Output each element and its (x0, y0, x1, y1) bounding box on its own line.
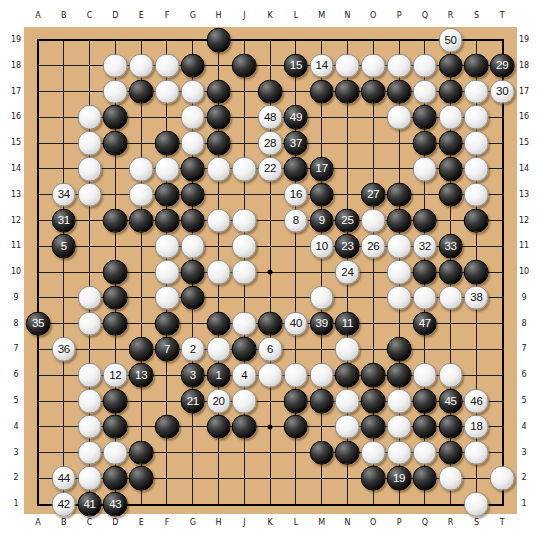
stone-move-number: 40 (290, 318, 302, 330)
white-stone[interactable]: 28 (258, 131, 283, 156)
black-stone[interactable] (232, 53, 257, 78)
black-stone[interactable]: 49 (284, 105, 309, 130)
column-label: P (397, 12, 402, 20)
black-stone[interactable] (155, 131, 180, 156)
black-stone[interactable] (206, 415, 231, 440)
black-stone[interactable] (413, 208, 438, 233)
row-label: 17 (519, 88, 529, 96)
black-stone[interactable] (464, 208, 489, 233)
black-stone[interactable] (464, 260, 489, 285)
row-label: 8 (521, 320, 526, 328)
black-stone[interactable] (180, 208, 205, 233)
black-stone[interactable] (361, 415, 386, 440)
black-stone[interactable] (387, 182, 412, 207)
white-stone[interactable] (464, 492, 489, 517)
white-stone[interactable]: 50 (438, 28, 463, 53)
white-stone[interactable] (464, 79, 489, 104)
stone-move-number: 36 (58, 344, 70, 356)
white-stone[interactable] (413, 440, 438, 465)
white-stone[interactable] (387, 440, 412, 465)
white-stone[interactable] (155, 157, 180, 182)
black-stone[interactable] (258, 79, 283, 104)
white-stone[interactable]: 20 (206, 389, 231, 414)
stone-move-number: 46 (470, 395, 482, 407)
column-label: P (397, 519, 402, 527)
black-stone[interactable] (309, 389, 334, 414)
black-stone[interactable] (361, 389, 386, 414)
white-stone[interactable] (180, 234, 205, 259)
white-stone[interactable]: 18 (464, 415, 489, 440)
white-stone[interactable] (77, 389, 102, 414)
black-stone[interactable] (413, 105, 438, 130)
black-stone[interactable] (438, 182, 463, 207)
stone-move-number: 6 (267, 344, 273, 356)
white-stone[interactable] (464, 157, 489, 182)
black-stone[interactable] (180, 157, 205, 182)
black-stone[interactable] (438, 415, 463, 440)
black-stone[interactable] (129, 440, 154, 465)
black-stone[interactable]: 25 (335, 208, 360, 233)
row-label: 10 (11, 268, 21, 276)
stone-move-number: 31 (58, 215, 70, 227)
row-label: 11 (519, 242, 529, 250)
black-stone[interactable] (284, 415, 309, 440)
white-stone[interactable] (155, 79, 180, 104)
black-stone[interactable] (232, 337, 257, 362)
white-stone[interactable] (387, 260, 412, 285)
white-stone[interactable] (438, 105, 463, 130)
white-stone[interactable] (180, 105, 205, 130)
black-stone[interactable] (103, 466, 128, 491)
row-label: 11 (11, 242, 21, 250)
white-stone[interactable] (413, 363, 438, 388)
black-stone[interactable]: 3 (180, 363, 205, 388)
white-stone[interactable] (464, 182, 489, 207)
white-stone[interactable] (77, 182, 102, 207)
black-stone[interactable] (309, 440, 334, 465)
black-stone[interactable] (438, 79, 463, 104)
black-stone[interactable] (155, 415, 180, 440)
white-stone[interactable] (258, 363, 283, 388)
stone-move-number: 29 (496, 60, 508, 72)
column-label: R (448, 519, 454, 527)
white-stone[interactable] (387, 105, 412, 130)
white-stone[interactable] (387, 286, 412, 311)
black-stone[interactable]: 21 (180, 389, 205, 414)
row-label: 5 (521, 397, 526, 405)
stone-move-number: 2 (190, 344, 196, 356)
white-stone[interactable] (77, 131, 102, 156)
white-stone[interactable]: 38 (464, 286, 489, 311)
stone-move-number: 3 (190, 370, 196, 382)
column-label: Q (422, 12, 428, 20)
stone-move-number: 13 (135, 370, 147, 382)
white-stone[interactable] (77, 466, 102, 491)
black-stone[interactable] (103, 311, 128, 336)
column-label: L (294, 12, 298, 20)
white-stone[interactable] (361, 440, 386, 465)
black-stone[interactable]: 45 (438, 389, 463, 414)
stone-move-number: 30 (496, 86, 508, 98)
black-stone[interactable] (103, 105, 128, 130)
white-stone[interactable] (438, 286, 463, 311)
column-label: E (139, 519, 144, 527)
black-stone[interactable] (103, 208, 128, 233)
black-stone[interactable] (387, 208, 412, 233)
stone-move-number: 47 (419, 318, 431, 330)
white-stone[interactable] (77, 440, 102, 465)
stone-move-number: 39 (316, 318, 328, 330)
stone-move-number: 44 (58, 473, 70, 485)
stone-move-number: 17 (316, 163, 328, 175)
column-label: K (267, 12, 272, 20)
white-stone[interactable] (180, 131, 205, 156)
white-stone[interactable] (232, 157, 257, 182)
white-stone[interactable] (464, 131, 489, 156)
column-label: M (318, 12, 325, 20)
stone-move-number: 33 (445, 241, 457, 253)
column-label: A (35, 519, 40, 527)
black-stone[interactable] (438, 53, 463, 78)
black-stone[interactable] (413, 466, 438, 491)
row-label: 9 (521, 294, 526, 302)
row-label: 7 (521, 345, 526, 353)
black-stone[interactable] (129, 79, 154, 104)
white-stone[interactable]: 32 (413, 234, 438, 259)
white-stone[interactable] (129, 53, 154, 78)
row-label: 1 (13, 500, 18, 508)
go-diagram-page: AABBCCDDEEFFGGHHJJKKLLMMNNOOPPQQRRSSTT19… (0, 0, 540, 540)
black-stone[interactable] (438, 440, 463, 465)
column-label: G (190, 12, 196, 20)
white-stone[interactable] (103, 79, 128, 104)
row-label: 19 (11, 36, 21, 44)
white-stone[interactable] (284, 363, 309, 388)
column-label: C (87, 519, 93, 527)
row-label: 18 (519, 62, 529, 70)
black-stone[interactable] (361, 466, 386, 491)
black-stone[interactable]: 15 (284, 53, 309, 78)
column-label: C (87, 12, 93, 20)
black-stone[interactable]: 23 (335, 234, 360, 259)
white-stone[interactable] (413, 53, 438, 78)
white-stone[interactable] (335, 53, 360, 78)
column-label: J (243, 519, 245, 527)
column-label: N (344, 12, 350, 20)
white-stone[interactable] (232, 208, 257, 233)
row-label: 18 (11, 62, 21, 70)
white-stone[interactable] (103, 53, 128, 78)
black-stone[interactable] (413, 131, 438, 156)
black-stone[interactable]: 35 (26, 311, 51, 336)
column-label: E (139, 12, 144, 20)
black-stone[interactable]: 17 (309, 157, 334, 182)
stone-move-number: 10 (316, 241, 328, 253)
white-stone[interactable] (413, 79, 438, 104)
row-label: 6 (13, 371, 18, 379)
white-stone[interactable] (361, 208, 386, 233)
stone-move-number: 42 (58, 498, 70, 510)
black-stone[interactable]: 37 (284, 131, 309, 156)
black-stone[interactable] (361, 79, 386, 104)
white-stone[interactable] (232, 311, 257, 336)
row-label: 7 (13, 345, 18, 353)
white-stone[interactable] (129, 157, 154, 182)
white-stone[interactable] (490, 466, 515, 491)
black-stone[interactable] (387, 363, 412, 388)
black-stone[interactable] (129, 337, 154, 362)
black-stone[interactable] (180, 286, 205, 311)
black-stone[interactable]: 41 (77, 492, 102, 517)
black-stone[interactable] (206, 79, 231, 104)
white-stone[interactable] (103, 440, 128, 465)
black-stone[interactable] (413, 260, 438, 285)
column-label: A (35, 12, 40, 20)
black-stone[interactable] (155, 182, 180, 207)
white-stone[interactable] (335, 389, 360, 414)
black-stone[interactable]: 43 (103, 492, 128, 517)
black-stone[interactable] (180, 260, 205, 285)
white-stone[interactable] (155, 234, 180, 259)
black-stone[interactable] (438, 260, 463, 285)
black-stone[interactable]: 39 (309, 311, 334, 336)
star-point (268, 270, 273, 275)
white-stone[interactable] (77, 105, 102, 130)
white-stone[interactable] (155, 260, 180, 285)
black-stone[interactable] (103, 131, 128, 156)
white-stone[interactable] (180, 79, 205, 104)
stone-move-number: 23 (341, 241, 353, 253)
row-label: 8 (13, 320, 18, 328)
white-stone[interactable] (438, 363, 463, 388)
white-stone[interactable] (335, 337, 360, 362)
white-stone[interactable]: 30 (490, 79, 515, 104)
white-stone[interactable] (464, 105, 489, 130)
black-stone[interactable] (180, 53, 205, 78)
white-stone[interactable]: 24 (335, 260, 360, 285)
stone-move-number: 5 (61, 241, 67, 253)
black-stone[interactable] (335, 440, 360, 465)
black-stone[interactable] (438, 131, 463, 156)
stone-move-number: 18 (470, 421, 482, 433)
black-stone[interactable] (387, 79, 412, 104)
black-stone[interactable]: 31 (51, 208, 76, 233)
stone-move-number: 25 (341, 215, 353, 227)
white-stone[interactable]: 8 (284, 208, 309, 233)
white-stone[interactable] (206, 337, 231, 362)
white-stone[interactable]: 22 (258, 157, 283, 182)
column-label: J (243, 12, 245, 20)
stone-move-number: 32 (419, 241, 431, 253)
stone-move-number: 43 (109, 498, 121, 510)
row-label: 3 (13, 449, 18, 457)
white-stone[interactable] (77, 363, 102, 388)
column-label: H (216, 519, 222, 527)
black-stone[interactable] (335, 363, 360, 388)
white-stone[interactable] (77, 311, 102, 336)
white-stone[interactable] (413, 286, 438, 311)
black-stone[interactable] (232, 415, 257, 440)
white-stone[interactable] (206, 208, 231, 233)
black-stone[interactable] (129, 208, 154, 233)
black-stone[interactable] (155, 208, 180, 233)
white-stone[interactable] (387, 415, 412, 440)
stone-move-number: 20 (212, 395, 224, 407)
white-stone[interactable] (464, 440, 489, 465)
white-stone[interactable]: 16 (284, 182, 309, 207)
black-stone[interactable] (309, 79, 334, 104)
stone-move-number: 49 (290, 112, 302, 124)
stone-move-number: 19 (393, 473, 405, 485)
stone-move-number: 21 (187, 395, 199, 407)
white-stone[interactable]: 40 (284, 311, 309, 336)
row-label: 16 (519, 113, 529, 121)
black-stone[interactable] (180, 182, 205, 207)
white-stone[interactable] (77, 286, 102, 311)
white-stone[interactable] (232, 389, 257, 414)
black-stone[interactable]: 11 (335, 311, 360, 336)
column-label: G (190, 519, 196, 527)
white-stone[interactable]: 36 (51, 337, 76, 362)
black-stone[interactable] (413, 389, 438, 414)
row-label: 13 (11, 191, 21, 199)
stone-move-number: 12 (109, 370, 121, 382)
column-label: O (370, 12, 376, 20)
black-stone[interactable]: 1 (206, 363, 231, 388)
white-stone[interactable] (387, 53, 412, 78)
column-label: T (500, 12, 505, 20)
black-stone[interactable] (413, 415, 438, 440)
stone-move-number: 24 (341, 266, 353, 278)
row-label: 16 (11, 113, 21, 121)
column-label: F (165, 12, 170, 20)
stone-move-number: 50 (445, 34, 457, 46)
white-stone[interactable]: 42 (51, 492, 76, 517)
black-stone[interactable] (387, 337, 412, 362)
black-stone[interactable]: 27 (361, 182, 386, 207)
black-stone[interactable]: 5 (51, 234, 76, 259)
white-stone[interactable] (335, 415, 360, 440)
white-stone[interactable]: 34 (51, 182, 76, 207)
black-stone[interactable] (206, 311, 231, 336)
black-stone[interactable] (206, 105, 231, 130)
column-label: F (165, 519, 170, 527)
black-stone[interactable] (103, 286, 128, 311)
black-stone[interactable] (438, 157, 463, 182)
white-stone[interactable]: 14 (309, 53, 334, 78)
stone-move-number: 27 (367, 189, 379, 201)
column-label: S (474, 519, 479, 527)
white-stone[interactable]: 44 (51, 466, 76, 491)
white-stone[interactable] (155, 286, 180, 311)
black-stone[interactable] (155, 311, 180, 336)
black-stone[interactable]: 47 (413, 311, 438, 336)
white-stone[interactable] (413, 157, 438, 182)
white-stone[interactable]: 12 (103, 363, 128, 388)
white-stone[interactable] (438, 466, 463, 491)
white-stone[interactable]: 10 (309, 234, 334, 259)
column-label: B (61, 519, 67, 527)
white-stone[interactable] (361, 53, 386, 78)
black-stone[interactable] (284, 157, 309, 182)
black-stone[interactable]: 13 (129, 363, 154, 388)
stone-move-number: 8 (293, 215, 299, 227)
column-label: R (448, 12, 454, 20)
black-stone[interactable] (103, 260, 128, 285)
white-stone[interactable] (206, 260, 231, 285)
black-stone[interactable] (464, 53, 489, 78)
row-label: 12 (11, 217, 21, 225)
stone-move-number: 28 (264, 137, 276, 149)
white-stone[interactable] (77, 157, 102, 182)
white-stone[interactable]: 48 (258, 105, 283, 130)
black-stone[interactable] (258, 311, 283, 336)
black-stone[interactable] (206, 28, 231, 53)
stone-move-number: 35 (32, 318, 44, 330)
white-stone[interactable] (387, 234, 412, 259)
row-label: 17 (11, 88, 21, 96)
black-stone[interactable] (206, 131, 231, 156)
row-label: 12 (519, 217, 529, 225)
black-stone[interactable]: 9 (309, 208, 334, 233)
black-stone[interactable] (103, 415, 128, 440)
black-stone[interactable] (335, 79, 360, 104)
white-stone[interactable] (387, 389, 412, 414)
star-point (268, 424, 273, 429)
row-label: 15 (11, 139, 21, 147)
white-stone[interactable] (77, 415, 102, 440)
stone-move-number: 1 (215, 370, 221, 382)
column-label: N (344, 519, 350, 527)
white-stone[interactable]: 4 (232, 363, 257, 388)
stone-move-number: 11 (342, 318, 353, 330)
white-stone[interactable]: 2 (180, 337, 205, 362)
white-stone[interactable] (232, 260, 257, 285)
stone-move-number: 38 (470, 292, 482, 304)
stone-move-number: 16 (290, 189, 302, 201)
stone-move-number: 45 (445, 395, 457, 407)
column-label: S (474, 12, 479, 20)
white-stone[interactable]: 26 (361, 234, 386, 259)
white-stone[interactable] (309, 286, 334, 311)
column-label: M (318, 519, 325, 527)
row-label: 14 (519, 165, 529, 173)
white-stone[interactable] (129, 182, 154, 207)
white-stone[interactable] (309, 363, 334, 388)
black-stone[interactable]: 29 (490, 53, 515, 78)
black-stone[interactable] (103, 389, 128, 414)
row-label: 10 (519, 268, 529, 276)
column-label: O (370, 519, 376, 527)
black-stone[interactable] (284, 389, 309, 414)
black-stone[interactable] (309, 182, 334, 207)
white-stone[interactable] (232, 234, 257, 259)
white-stone[interactable] (155, 53, 180, 78)
black-stone[interactable] (361, 363, 386, 388)
black-stone[interactable]: 19 (387, 466, 412, 491)
white-stone[interactable]: 46 (464, 389, 489, 414)
black-stone[interactable]: 7 (155, 337, 180, 362)
black-stone[interactable]: 33 (438, 234, 463, 259)
column-label: B (61, 12, 67, 20)
go-board[interactable]: AABBCCDDEEFFGGHHJJKKLLMMNNOOPPQQRRSSTT19… (0, 0, 540, 540)
stone-move-number: 48 (264, 112, 276, 124)
row-label: 4 (521, 423, 526, 431)
white-stone[interactable] (206, 157, 231, 182)
black-stone[interactable] (129, 466, 154, 491)
white-stone[interactable]: 6 (258, 337, 283, 362)
row-label: 1 (521, 500, 526, 508)
